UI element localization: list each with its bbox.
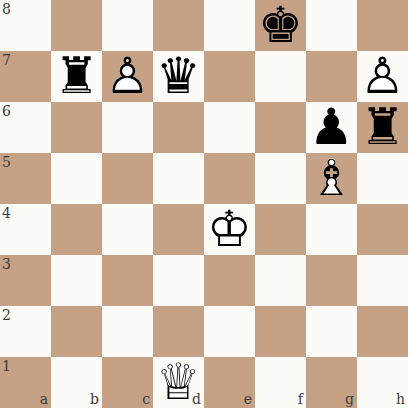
- square-h6[interactable]: ♜: [357, 102, 408, 153]
- square-d2[interactable]: [153, 306, 204, 357]
- square-h2[interactable]: [357, 306, 408, 357]
- square-e4[interactable]: ♚♔: [204, 204, 255, 255]
- square-b5[interactable]: [51, 153, 102, 204]
- piece-white-queen[interactable]: ♛♕: [153, 357, 204, 408]
- square-b4[interactable]: [51, 204, 102, 255]
- white-queen-icon: ♕: [153, 357, 204, 408]
- square-g2[interactable]: [306, 306, 357, 357]
- piece-white-bishop[interactable]: ♝♗: [306, 153, 357, 204]
- square-e1[interactable]: e: [204, 357, 255, 408]
- square-b1[interactable]: b: [51, 357, 102, 408]
- square-h4[interactable]: [357, 204, 408, 255]
- square-a4[interactable]: 4: [0, 204, 51, 255]
- square-e2[interactable]: [204, 306, 255, 357]
- square-f7[interactable]: [255, 51, 306, 102]
- black-rook-icon: ♜: [357, 102, 408, 153]
- square-e7[interactable]: [204, 51, 255, 102]
- rank-label-1: 1: [2, 359, 11, 373]
- square-f4[interactable]: [255, 204, 306, 255]
- square-h1[interactable]: h: [357, 357, 408, 408]
- chess-board: 8♚7♜♟♙♛♟♙6♟♜5♝♗4♚♔321abcd♛♕efgh: [0, 0, 408, 408]
- square-h7[interactable]: ♟♙: [357, 51, 408, 102]
- square-a1[interactable]: 1a: [0, 357, 51, 408]
- file-label-c: c: [142, 392, 150, 406]
- square-g5[interactable]: ♝♗: [306, 153, 357, 204]
- square-c6[interactable]: [102, 102, 153, 153]
- square-a6[interactable]: 6: [0, 102, 51, 153]
- square-f5[interactable]: [255, 153, 306, 204]
- white-bishop-icon: ♗: [306, 153, 357, 204]
- square-h8[interactable]: [357, 0, 408, 51]
- piece-white-pawn[interactable]: ♟♙: [357, 51, 408, 102]
- square-b8[interactable]: [51, 0, 102, 51]
- square-g8[interactable]: [306, 0, 357, 51]
- square-f8[interactable]: ♚: [255, 0, 306, 51]
- square-c5[interactable]: [102, 153, 153, 204]
- square-f3[interactable]: [255, 255, 306, 306]
- square-h5[interactable]: [357, 153, 408, 204]
- square-d8[interactable]: [153, 0, 204, 51]
- square-b7[interactable]: ♜: [51, 51, 102, 102]
- square-f6[interactable]: [255, 102, 306, 153]
- square-d1[interactable]: d♛♕: [153, 357, 204, 408]
- rank-label-7: 7: [2, 53, 11, 67]
- square-g3[interactable]: [306, 255, 357, 306]
- rank-label-6: 6: [2, 104, 11, 118]
- square-f2[interactable]: [255, 306, 306, 357]
- square-a7[interactable]: 7: [0, 51, 51, 102]
- square-a5[interactable]: 5: [0, 153, 51, 204]
- square-c4[interactable]: [102, 204, 153, 255]
- square-a3[interactable]: 3: [0, 255, 51, 306]
- square-e6[interactable]: [204, 102, 255, 153]
- piece-black-rook[interactable]: ♜: [357, 102, 408, 153]
- square-e5[interactable]: [204, 153, 255, 204]
- square-g1[interactable]: g: [306, 357, 357, 408]
- square-b6[interactable]: [51, 102, 102, 153]
- file-label-b: b: [90, 392, 99, 406]
- piece-black-rook[interactable]: ♜: [51, 51, 102, 102]
- white-pawn-icon: ♙: [102, 51, 153, 102]
- black-queen-icon: ♛: [153, 51, 204, 102]
- file-label-f: f: [298, 392, 303, 406]
- square-d6[interactable]: [153, 102, 204, 153]
- piece-black-queen[interactable]: ♛: [153, 51, 204, 102]
- square-a2[interactable]: 2: [0, 306, 51, 357]
- square-b2[interactable]: [51, 306, 102, 357]
- file-label-e: e: [244, 392, 252, 406]
- square-c8[interactable]: [102, 0, 153, 51]
- square-d4[interactable]: [153, 204, 204, 255]
- piece-white-pawn[interactable]: ♟♙: [102, 51, 153, 102]
- black-pawn-icon: ♟: [306, 102, 357, 153]
- rank-label-4: 4: [2, 206, 11, 220]
- square-g4[interactable]: [306, 204, 357, 255]
- white-king-icon: ♔: [204, 204, 255, 255]
- square-b3[interactable]: [51, 255, 102, 306]
- piece-white-king[interactable]: ♚♔: [204, 204, 255, 255]
- square-f1[interactable]: f: [255, 357, 306, 408]
- rank-label-8: 8: [2, 2, 11, 16]
- square-d3[interactable]: [153, 255, 204, 306]
- piece-black-king[interactable]: ♚: [255, 0, 306, 51]
- square-g6[interactable]: ♟: [306, 102, 357, 153]
- square-e8[interactable]: [204, 0, 255, 51]
- square-d7[interactable]: ♛: [153, 51, 204, 102]
- white-pawn-icon: ♙: [357, 51, 408, 102]
- square-e3[interactable]: [204, 255, 255, 306]
- file-label-g: g: [345, 392, 354, 406]
- square-c7[interactable]: ♟♙: [102, 51, 153, 102]
- black-rook-icon: ♜: [51, 51, 102, 102]
- rank-label-3: 3: [2, 257, 11, 271]
- square-g7[interactable]: [306, 51, 357, 102]
- file-label-a: a: [40, 392, 48, 406]
- square-c1[interactable]: c: [102, 357, 153, 408]
- rank-label-2: 2: [2, 308, 11, 322]
- square-c2[interactable]: [102, 306, 153, 357]
- square-d5[interactable]: [153, 153, 204, 204]
- rank-label-5: 5: [2, 155, 11, 169]
- piece-black-pawn[interactable]: ♟: [306, 102, 357, 153]
- square-c3[interactable]: [102, 255, 153, 306]
- black-king-icon: ♚: [255, 0, 306, 51]
- square-h3[interactable]: [357, 255, 408, 306]
- square-a8[interactable]: 8: [0, 0, 51, 51]
- file-label-h: h: [396, 392, 405, 406]
